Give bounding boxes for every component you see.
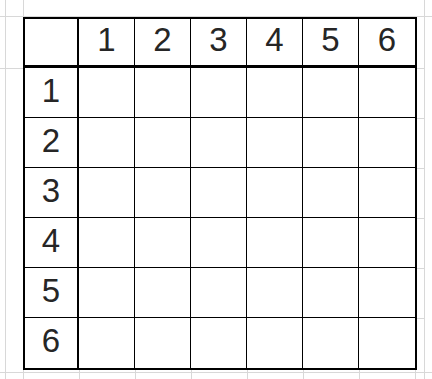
cell-r3c6[interactable] <box>359 168 415 218</box>
cell-r1c4[interactable] <box>247 68 303 118</box>
cell-r4c3[interactable] <box>191 218 247 268</box>
cell-r1c2[interactable] <box>135 68 191 118</box>
col-header-2[interactable]: 2 <box>135 19 191 68</box>
cell-r3c5[interactable] <box>303 168 359 218</box>
sheet-gridline <box>23 0 24 17</box>
cell-r6c6[interactable] <box>359 318 415 368</box>
cell-r4c2[interactable] <box>135 218 191 268</box>
cell-r5c5[interactable] <box>303 268 359 318</box>
col-header-6[interactable]: 6 <box>359 19 415 68</box>
spreadsheet-canvas: 123456123456 <box>0 0 432 379</box>
col-header-4[interactable]: 4 <box>247 19 303 68</box>
row-header-5[interactable]: 5 <box>25 268 79 318</box>
cell-r3c4[interactable] <box>247 168 303 218</box>
sheet-gridline <box>424 0 425 379</box>
cell-r5c6[interactable] <box>359 268 415 318</box>
row-header-1[interactable]: 1 <box>25 68 79 118</box>
cell-r2c5[interactable] <box>303 118 359 168</box>
cell-r4c5[interactable] <box>303 218 359 268</box>
cell-r2c4[interactable] <box>247 118 303 168</box>
cell-r6c1[interactable] <box>79 318 135 368</box>
cell-r4c6[interactable] <box>359 218 415 268</box>
cell-r6c2[interactable] <box>135 318 191 368</box>
cell-r2c2[interactable] <box>135 118 191 168</box>
cell-r3c2[interactable] <box>135 168 191 218</box>
sheet-gridline <box>0 68 23 69</box>
cell-r5c2[interactable] <box>135 268 191 318</box>
board: 123456123456 <box>23 17 417 370</box>
col-header-3[interactable]: 3 <box>191 19 247 68</box>
cell-r1c3[interactable] <box>191 68 247 118</box>
row-header-6[interactable]: 6 <box>25 318 79 368</box>
row-header-2[interactable]: 2 <box>25 118 79 168</box>
cell-r1c1[interactable] <box>79 68 135 118</box>
cell-r6c5[interactable] <box>303 318 359 368</box>
cell-r2c6[interactable] <box>359 118 415 168</box>
cell-r2c3[interactable] <box>191 118 247 168</box>
cell-r5c1[interactable] <box>79 268 135 318</box>
cell-r6c4[interactable] <box>247 318 303 368</box>
cell-r2c1[interactable] <box>79 118 135 168</box>
row-header-3[interactable]: 3 <box>25 168 79 218</box>
col-header-5[interactable]: 5 <box>303 19 359 68</box>
corner-cell[interactable] <box>25 19 79 68</box>
cell-r5c4[interactable] <box>247 268 303 318</box>
sheet-gridline <box>5 0 6 379</box>
row-header-4[interactable]: 4 <box>25 218 79 268</box>
cell-r3c1[interactable] <box>79 168 135 218</box>
sheet-gridline <box>0 372 432 373</box>
cell-r6c3[interactable] <box>191 318 247 368</box>
cell-r3c3[interactable] <box>191 168 247 218</box>
cell-r4c4[interactable] <box>247 218 303 268</box>
col-header-1[interactable]: 1 <box>79 19 135 68</box>
cell-r1c6[interactable] <box>359 68 415 118</box>
cell-r1c5[interactable] <box>303 68 359 118</box>
cell-r5c3[interactable] <box>191 268 247 318</box>
cell-r4c1[interactable] <box>79 218 135 268</box>
